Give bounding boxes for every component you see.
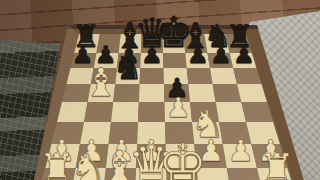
board-hinge [158, 27, 173, 34]
chess-photo-scene: ♜♝♛♚♝♞♜♟♟♟♟♟♟♟♞♟♝♟♞♟♟♟♟♟♟♟♜♞♝♛♚♜ [0, 0, 320, 180]
chess-board [0, 0, 320, 180]
